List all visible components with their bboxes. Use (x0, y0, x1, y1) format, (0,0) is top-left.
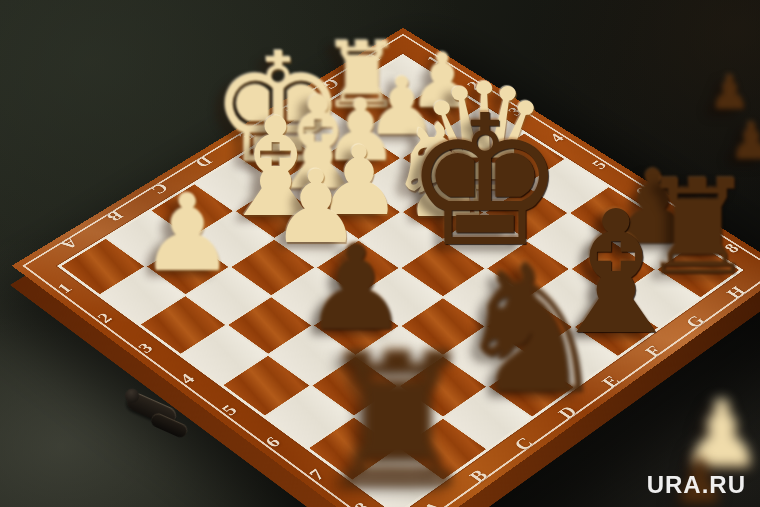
watermark: URA.RU (647, 471, 746, 499)
scene: AABBCCDDEEFFGGHH1122334455667788 ♜♟♟♟♚♝♝… (0, 0, 760, 507)
white-P-b2[interactable]: ♟ (134, 180, 240, 286)
black-R-a8[interactable]: ♜ (305, 330, 490, 507)
captured-dark-pawn-1[interactable]: ♟ (707, 70, 753, 116)
